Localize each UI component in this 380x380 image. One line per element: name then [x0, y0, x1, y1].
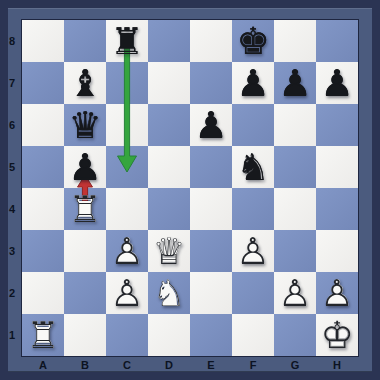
file-label-a: A — [22, 357, 64, 374]
white-pawn-outline-icon: ♙ — [232, 230, 274, 272]
black-pawn-outline-icon: ♙ — [64, 146, 106, 188]
piece-white-pawn-g2[interactable]: ♟♙ — [274, 272, 316, 314]
white-knight-outline-icon: ♘ — [148, 272, 190, 314]
piece-white-king-h1[interactable]: ♚♔ — [316, 314, 358, 356]
piece-black-pawn-e6[interactable]: ♟♙ — [190, 104, 232, 146]
rank-label-2: 2 — [4, 272, 20, 314]
piece-white-rook-b4[interactable]: ♜♖ — [64, 188, 106, 230]
piece-white-queen-d3[interactable]: ♛♕ — [148, 230, 190, 272]
piece-black-rook-c8[interactable]: ♜♖ — [106, 20, 148, 62]
white-pawn-outline-icon: ♙ — [274, 272, 316, 314]
white-pawn-outline-icon: ♙ — [106, 230, 148, 272]
file-label-e: E — [190, 357, 232, 374]
piece-black-queen-b6[interactable]: ♛♕ — [64, 104, 106, 146]
file-label-h: H — [316, 357, 358, 374]
white-queen-outline-icon: ♕ — [148, 230, 190, 272]
rank-label-7: 7 — [4, 62, 20, 104]
rank-label-6: 6 — [4, 104, 20, 146]
black-knight-outline-icon: ♘ — [232, 146, 274, 188]
white-rook-outline-icon: ♖ — [22, 314, 64, 356]
piece-white-pawn-h2[interactable]: ♟♙ — [316, 272, 358, 314]
black-pawn-outline-icon: ♙ — [274, 62, 316, 104]
rank-labels: 87654321 — [4, 20, 20, 356]
white-pawn-outline-icon: ♙ — [316, 272, 358, 314]
rank-label-5: 5 — [4, 146, 20, 188]
piece-white-pawn-c2[interactable]: ♟♙ — [106, 272, 148, 314]
rank-label-8: 8 — [4, 20, 20, 62]
piece-white-rook-a1[interactable]: ♜♖ — [22, 314, 64, 356]
pieces-layer: ♜♖♚♔♝♗♟♙♟♙♟♙♛♕♟♙♟♙♞♘♜♖♟♙♛♕♟♙♟♙♞♘♟♙♟♙♜♖♚♔ — [22, 20, 358, 356]
rank-label-4: 4 — [4, 188, 20, 230]
rank-label-3: 3 — [4, 230, 20, 272]
file-label-d: D — [148, 357, 190, 374]
piece-black-pawn-b5[interactable]: ♟♙ — [64, 146, 106, 188]
piece-black-pawn-g7[interactable]: ♟♙ — [274, 62, 316, 104]
file-label-g: G — [274, 357, 316, 374]
file-label-c: C — [106, 357, 148, 374]
white-pawn-outline-icon: ♙ — [106, 272, 148, 314]
black-king-outline-icon: ♔ — [232, 20, 274, 62]
piece-black-king-f8[interactable]: ♚♔ — [232, 20, 274, 62]
white-king-outline-icon: ♔ — [316, 314, 358, 356]
piece-white-pawn-c3[interactable]: ♟♙ — [106, 230, 148, 272]
chess-board: ♜♖♚♔♝♗♟♙♟♙♟♙♛♕♟♙♟♙♞♘♜♖♟♙♛♕♟♙♟♙♞♘♟♙♟♙♜♖♚♔ — [22, 20, 358, 356]
black-pawn-outline-icon: ♙ — [190, 104, 232, 146]
piece-white-knight-d2[interactable]: ♞♘ — [148, 272, 190, 314]
piece-white-pawn-f3[interactable]: ♟♙ — [232, 230, 274, 272]
chess-board-app: 87654321 ABCDEFGH ♜♖♚♔♝♗♟♙♟♙♟♙♛♕♟♙♟♙♞♘♜♖… — [0, 0, 380, 380]
black-rook-outline-icon: ♖ — [106, 20, 148, 62]
piece-black-bishop-b7[interactable]: ♝♗ — [64, 62, 106, 104]
file-label-b: B — [64, 357, 106, 374]
rank-label-1: 1 — [4, 314, 20, 356]
white-rook-outline-icon: ♖ — [64, 188, 106, 230]
piece-black-knight-f5[interactable]: ♞♘ — [232, 146, 274, 188]
file-label-f: F — [232, 357, 274, 374]
file-labels: ABCDEFGH — [22, 357, 358, 374]
black-bishop-outline-icon: ♗ — [64, 62, 106, 104]
black-pawn-outline-icon: ♙ — [316, 62, 358, 104]
black-pawn-outline-icon: ♙ — [232, 62, 274, 104]
black-queen-outline-icon: ♕ — [64, 104, 106, 146]
piece-black-pawn-h7[interactable]: ♟♙ — [316, 62, 358, 104]
piece-black-pawn-f7[interactable]: ♟♙ — [232, 62, 274, 104]
